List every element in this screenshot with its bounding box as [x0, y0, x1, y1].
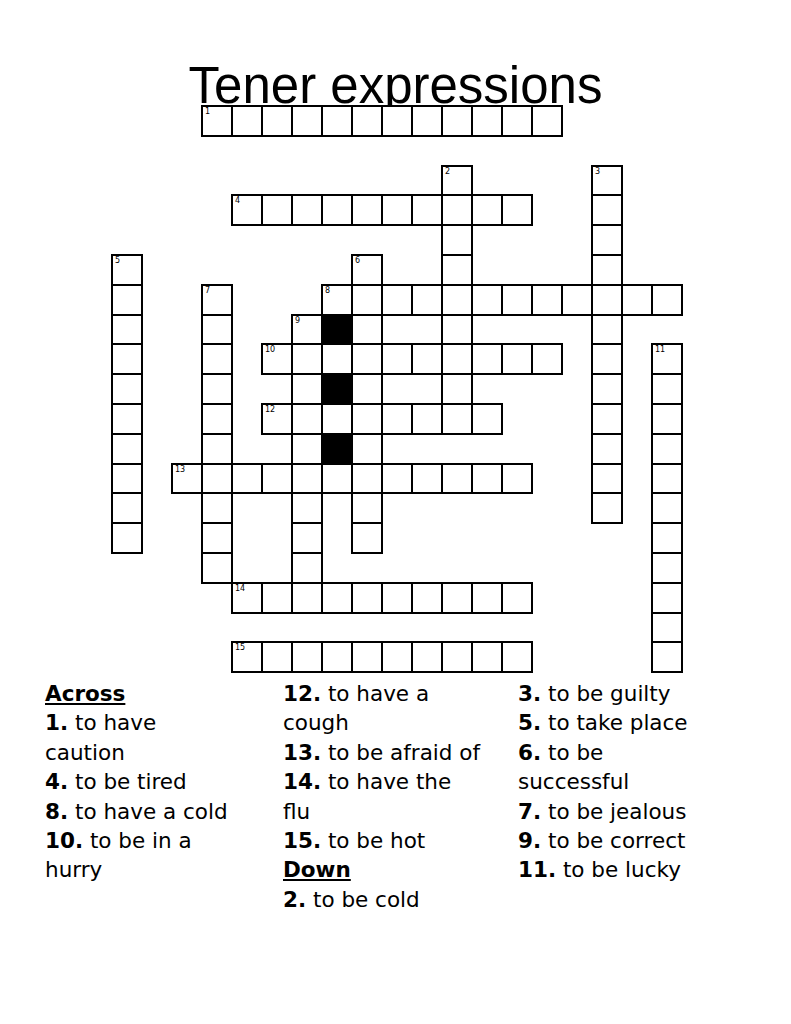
grid-cell-r6c16[interactable] — [591, 284, 623, 316]
clue-number-12: 12 — [265, 405, 275, 415]
clue-item-text: to be guilty — [541, 681, 670, 706]
grid-cell-r14c3[interactable] — [201, 522, 233, 554]
grid-cell-r9c18[interactable] — [651, 373, 683, 405]
grid-cell-r7c16[interactable] — [591, 314, 623, 346]
grid-cell-r8c18[interactable]: 11 — [651, 343, 683, 375]
grid-cell-r6c3[interactable]: 7 — [201, 284, 233, 316]
grid-cell-r15c18[interactable] — [651, 552, 683, 584]
grid-cell-r18c4[interactable]: 15 — [231, 641, 263, 673]
clue-number-4: 4 — [235, 196, 240, 206]
grid-cell-r10c9[interactable] — [381, 403, 413, 435]
grid-cell-r0c10[interactable] — [411, 105, 443, 137]
grid-cell-r6c7[interactable]: 8 — [321, 284, 353, 316]
clue-item-number: 2. — [283, 887, 306, 912]
grid-cell-r10c5[interactable]: 12 — [261, 403, 293, 435]
grid-cell-r11c0[interactable] — [111, 433, 143, 465]
clue-number-15: 15 — [235, 643, 245, 653]
grid-cell-r0c11[interactable] — [441, 105, 473, 137]
clue-item-number: 8. — [45, 799, 68, 824]
clue-number-14: 14 — [235, 584, 245, 594]
grid-cell-r3c9[interactable] — [381, 194, 413, 226]
block-cell — [321, 433, 353, 465]
grid-cell-r12c11[interactable] — [441, 463, 473, 495]
clue-column-1: Across1. to have caution4. to be tired8.… — [45, 679, 270, 885]
grid-cell-r16c10[interactable] — [411, 582, 443, 614]
grid-cell-r12c8[interactable] — [351, 463, 383, 495]
grid-cell-r18c18[interactable] — [651, 641, 683, 673]
grid-cell-r3c8[interactable] — [351, 194, 383, 226]
grid-cell-r12c9[interactable] — [381, 463, 413, 495]
grid-cell-r18c8[interactable] — [351, 641, 383, 673]
grid-cell-r2c16[interactable]: 3 — [591, 165, 623, 197]
clue-item-12: 12. to have a cough — [283, 679, 528, 738]
grid-cell-r8c5[interactable]: 10 — [261, 343, 293, 375]
clue-number-13: 13 — [175, 465, 185, 475]
grid-cell-r16c11[interactable] — [441, 582, 473, 614]
grid-cell-r2c11[interactable]: 2 — [441, 165, 473, 197]
block-cell — [321, 314, 353, 346]
grid-cell-r0c14[interactable] — [531, 105, 563, 137]
clue-item-6: 6. to be successful — [518, 738, 758, 797]
grid-cell-r3c13[interactable] — [501, 194, 533, 226]
clue-item-14: 14. to have the flu — [283, 767, 528, 826]
grid-cell-r18c6[interactable] — [291, 641, 323, 673]
grid-cell-r8c8[interactable] — [351, 343, 383, 375]
grid-cell-r7c11[interactable] — [441, 314, 473, 346]
grid-cell-r8c11[interactable] — [441, 343, 473, 375]
grid-cell-r16c6[interactable] — [291, 582, 323, 614]
clue-number-7: 7 — [205, 286, 210, 296]
clue-item-number: 11. — [518, 857, 556, 882]
grid-cell-r16c8[interactable] — [351, 582, 383, 614]
clue-column-3: 3. to be guilty5. to take place6. to be … — [518, 679, 758, 885]
grid-cell-r3c4[interactable]: 4 — [231, 194, 263, 226]
grid-cell-r12c10[interactable] — [411, 463, 443, 495]
grid-cell-r9c6[interactable] — [291, 373, 323, 405]
grid-cell-r10c0[interactable] — [111, 403, 143, 435]
clue-item-number: 12. — [283, 681, 321, 706]
grid-cell-r10c18[interactable] — [651, 403, 683, 435]
grid-cell-r11c18[interactable] — [651, 433, 683, 465]
grid-cell-r10c3[interactable] — [201, 403, 233, 435]
grid-cell-r10c16[interactable] — [591, 403, 623, 435]
grid-cell-r5c8[interactable]: 6 — [351, 254, 383, 286]
clue-item-text: to be tired — [68, 769, 187, 794]
grid-cell-r15c3[interactable] — [201, 552, 233, 584]
grid-cell-r10c7[interactable] — [321, 403, 353, 435]
clue-number-2: 2 — [445, 167, 450, 177]
clue-number-11: 11 — [655, 345, 665, 355]
grid-cell-r18c7[interactable] — [321, 641, 353, 673]
grid-cell-r0c4[interactable] — [231, 105, 263, 137]
grid-cell-r8c13[interactable] — [501, 343, 533, 375]
grid-cell-r7c0[interactable] — [111, 314, 143, 346]
grid-cell-r12c12[interactable] — [471, 463, 503, 495]
clue-item-7: 7. to be jealous — [518, 797, 758, 826]
grid-cell-r11c3[interactable] — [201, 433, 233, 465]
grid-cell-r0c5[interactable] — [261, 105, 293, 137]
clue-item-text: to have a cold — [68, 799, 227, 824]
grid-cell-r11c16[interactable] — [591, 433, 623, 465]
clue-item-3: 3. to be guilty — [518, 679, 758, 708]
grid-cell-r0c8[interactable] — [351, 105, 383, 137]
grid-cell-r6c9[interactable] — [381, 284, 413, 316]
grid-cell-r4c11[interactable] — [441, 224, 473, 256]
grid-cell-r0c13[interactable] — [501, 105, 533, 137]
grid-cell-r12c13[interactable] — [501, 463, 533, 495]
clue-item-text: to be cold — [306, 887, 420, 912]
grid-cell-r15c6[interactable] — [291, 552, 323, 584]
grid-cell-r14c6[interactable] — [291, 522, 323, 554]
grid-cell-r6c0[interactable] — [111, 284, 143, 316]
grid-cell-r10c8[interactable] — [351, 403, 383, 435]
grid-cell-r16c4[interactable]: 14 — [231, 582, 263, 614]
grid-cell-r5c16[interactable] — [591, 254, 623, 286]
grid-cell-r8c16[interactable] — [591, 343, 623, 375]
clue-item-number: 3. — [518, 681, 541, 706]
clue-item-text: to be correct — [541, 828, 685, 853]
grid-cell-r9c3[interactable] — [201, 373, 233, 405]
grid-cell-r8c10[interactable] — [411, 343, 443, 375]
grid-cell-r18c11[interactable] — [441, 641, 473, 673]
grid-cell-r10c12[interactable] — [471, 403, 503, 435]
grid-cell-r6c18[interactable] — [651, 284, 683, 316]
clue-number-5: 5 — [115, 256, 120, 266]
down-header: Down — [283, 855, 528, 884]
grid-cell-r8c14[interactable] — [531, 343, 563, 375]
grid-cell-r0c7[interactable] — [321, 105, 353, 137]
grid-cell-r5c0[interactable]: 5 — [111, 254, 143, 286]
grid-cell-r9c0[interactable] — [111, 373, 143, 405]
clue-number-10: 10 — [265, 345, 275, 355]
grid-cell-r10c6[interactable] — [291, 403, 323, 435]
clue-item-number: 6. — [518, 740, 541, 765]
grid-cell-r8c0[interactable] — [111, 343, 143, 375]
clue-number-9: 9 — [295, 316, 300, 326]
clue-item-number: 7. — [518, 799, 541, 824]
clue-item-number: 15. — [283, 828, 321, 853]
clue-item-number: 5. — [518, 710, 541, 735]
grid-cell-r16c13[interactable] — [501, 582, 533, 614]
grid-cell-r9c16[interactable] — [591, 373, 623, 405]
grid-cell-r0c3[interactable]: 1 — [201, 105, 233, 137]
clue-number-8: 8 — [325, 286, 330, 296]
clue-item-number: 13. — [283, 740, 321, 765]
grid-cell-r6c13[interactable] — [501, 284, 533, 316]
grid-cell-r12c7[interactable] — [321, 463, 353, 495]
grid-cell-r5c11[interactable] — [441, 254, 473, 286]
grid-cell-r6c8[interactable] — [351, 284, 383, 316]
block-cell — [321, 373, 353, 405]
grid-cell-r8c3[interactable] — [201, 343, 233, 375]
grid-cell-r13c16[interactable] — [591, 492, 623, 524]
grid-cell-r0c6[interactable] — [291, 105, 323, 137]
clue-item-15: 15. to be hot — [283, 826, 528, 855]
grid-cell-r10c11[interactable] — [441, 403, 473, 435]
clue-item-9: 9. to be correct — [518, 826, 758, 855]
clue-item-10: 10. to be in a hurry — [45, 826, 270, 885]
grid-cell-r9c11[interactable] — [441, 373, 473, 405]
grid-cell-r7c6[interactable]: 9 — [291, 314, 323, 346]
grid-cell-r3c11[interactable] — [441, 194, 473, 226]
clue-item-text: to be lucky — [556, 857, 681, 882]
grid-cell-r8c12[interactable] — [471, 343, 503, 375]
clue-item-2: 2. to be cold — [283, 885, 528, 914]
clue-item-text: to take place — [541, 710, 687, 735]
grid-cell-r16c9[interactable] — [381, 582, 413, 614]
clue-item-number: 1. — [45, 710, 68, 735]
grid-cell-r16c7[interactable] — [321, 582, 353, 614]
clue-item-13: 13. to be afraid of — [283, 738, 528, 767]
grid-cell-r9c8[interactable] — [351, 373, 383, 405]
clue-item-11: 11. to be lucky — [518, 855, 758, 884]
grid-cell-r3c12[interactable] — [471, 194, 503, 226]
clue-item-number: 10. — [45, 828, 83, 853]
grid-cell-r10c10[interactable] — [411, 403, 443, 435]
grid-cell-r6c14[interactable] — [531, 284, 563, 316]
grid-cell-r12c2[interactable]: 13 — [171, 463, 203, 495]
grid-cell-r12c3[interactable] — [201, 463, 233, 495]
clue-item-number: 9. — [518, 828, 541, 853]
grid-cell-r4c16[interactable] — [591, 224, 623, 256]
crossword-page: { "game": "crossword", "title": "Tener e… — [0, 0, 791, 1024]
grid-cell-r0c9[interactable] — [381, 105, 413, 137]
grid-cell-r12c16[interactable] — [591, 463, 623, 495]
grid-cell-r6c17[interactable] — [621, 284, 653, 316]
grid-cell-r0c12[interactable] — [471, 105, 503, 137]
clue-item-4: 4. to be tired — [45, 767, 270, 796]
grid-cell-r6c10[interactable] — [411, 284, 443, 316]
grid-cell-r18c10[interactable] — [411, 641, 443, 673]
clue-item-text: to be jealous — [541, 799, 686, 824]
grid-cell-r3c10[interactable] — [411, 194, 443, 226]
grid-cell-r14c18[interactable] — [651, 522, 683, 554]
grid-cell-r12c4[interactable] — [231, 463, 263, 495]
grid-cell-r3c6[interactable] — [291, 194, 323, 226]
clue-number-6: 6 — [355, 256, 360, 266]
grid-cell-r6c15[interactable] — [561, 284, 593, 316]
grid-cell-r3c16[interactable] — [591, 194, 623, 226]
grid-cell-r18c13[interactable] — [501, 641, 533, 673]
clue-item-number: 4. — [45, 769, 68, 794]
grid-cell-r18c9[interactable] — [381, 641, 413, 673]
grid-cell-r12c0[interactable] — [111, 463, 143, 495]
clue-column-2: 12. to have a cough13. to be afraid of14… — [283, 679, 528, 914]
grid-cell-r13c6[interactable] — [291, 492, 323, 524]
clue-item-text: to be hot — [321, 828, 425, 853]
clue-number-1: 1 — [205, 107, 210, 117]
clue-item-number: 14. — [283, 769, 321, 794]
grid-cell-r16c18[interactable] — [651, 582, 683, 614]
grid-cell-r6c12[interactable] — [471, 284, 503, 316]
grid-cell-r3c7[interactable] — [321, 194, 353, 226]
grid-cell-r7c8[interactable] — [351, 314, 383, 346]
grid-cell-r18c5[interactable] — [261, 641, 293, 673]
clue-item-5: 5. to take place — [518, 708, 758, 737]
clue-item-8: 8. to have a cold — [45, 797, 270, 826]
grid-cell-r8c6[interactable] — [291, 343, 323, 375]
grid-cell-r16c5[interactable] — [261, 582, 293, 614]
grid-cell-r12c6[interactable] — [291, 463, 323, 495]
grid-cell-r16c12[interactable] — [471, 582, 503, 614]
grid-cell-r6c11[interactable] — [441, 284, 473, 316]
grid-cell-r13c0[interactable] — [111, 492, 143, 524]
grid-cell-r13c3[interactable] — [201, 492, 233, 524]
grid-cell-r3c5[interactable] — [261, 194, 293, 226]
grid-cell-r11c6[interactable] — [291, 433, 323, 465]
grid-cell-r14c8[interactable] — [351, 522, 383, 554]
grid-cell-r12c5[interactable] — [261, 463, 293, 495]
clue-item-1: 1. to have caution — [45, 708, 270, 767]
grid-cell-r17c18[interactable] — [651, 612, 683, 644]
grid-cell-r14c0[interactable] — [111, 522, 143, 554]
grid-cell-r12c18[interactable] — [651, 463, 683, 495]
clue-item-text: to be afraid of — [321, 740, 480, 765]
grid-cell-r18c12[interactable] — [471, 641, 503, 673]
grid-cell-r13c8[interactable] — [351, 492, 383, 524]
grid-cell-r7c3[interactable] — [201, 314, 233, 346]
across-header: Across — [45, 679, 270, 708]
grid-cell-r8c9[interactable] — [381, 343, 413, 375]
grid-cell-r11c8[interactable] — [351, 433, 383, 465]
grid-cell-r8c7[interactable] — [321, 343, 353, 375]
clue-number-3: 3 — [595, 167, 600, 177]
grid-cell-r13c18[interactable] — [651, 492, 683, 524]
